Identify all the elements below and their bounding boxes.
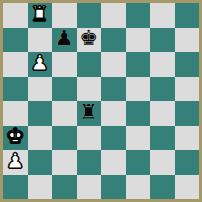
square-c7[interactable]: ♟ [52,28,77,53]
square-h7[interactable] [175,28,200,53]
square-d2[interactable] [77,150,102,175]
square-d7[interactable]: ♚ [77,28,102,53]
square-c1[interactable] [52,175,77,200]
square-f1[interactable] [126,175,151,200]
square-g5[interactable] [150,77,175,102]
white-pawn-b6[interactable]: ♟ [30,53,49,74]
square-b3[interactable] [28,126,53,151]
square-f4[interactable] [126,101,151,126]
square-e8[interactable] [101,3,126,28]
square-b7[interactable] [28,28,53,53]
square-d8[interactable] [77,3,102,28]
square-b8[interactable]: ♜ [28,3,53,28]
chess-board[interactable]: ♜♟♚♟♜♚♟ [3,3,199,199]
square-d6[interactable] [77,52,102,77]
square-a2[interactable]: ♟ [3,150,28,175]
square-f2[interactable] [126,150,151,175]
square-e1[interactable] [101,175,126,200]
square-d1[interactable] [77,175,102,200]
square-e7[interactable] [101,28,126,53]
square-g4[interactable] [150,101,175,126]
square-f7[interactable] [126,28,151,53]
square-e4[interactable] [101,101,126,126]
square-f6[interactable] [126,52,151,77]
square-c3[interactable] [52,126,77,151]
square-c8[interactable] [52,3,77,28]
square-g2[interactable] [150,150,175,175]
square-h8[interactable] [175,3,200,28]
square-d5[interactable] [77,77,102,102]
square-g1[interactable] [150,175,175,200]
square-g6[interactable] [150,52,175,77]
black-king-d7[interactable]: ♚ [79,28,98,49]
chess-board-frame: ♜♟♚♟♜♚♟ [0,0,202,202]
square-h5[interactable] [175,77,200,102]
square-b1[interactable] [28,175,53,200]
square-c6[interactable] [52,52,77,77]
white-rook-b8[interactable]: ♜ [30,4,49,25]
white-pawn-a2[interactable]: ♟ [6,151,25,172]
square-e5[interactable] [101,77,126,102]
square-a6[interactable] [3,52,28,77]
square-h2[interactable] [175,150,200,175]
square-a8[interactable] [3,3,28,28]
square-a3[interactable]: ♚ [3,126,28,151]
square-b4[interactable] [28,101,53,126]
black-pawn-c7[interactable]: ♟ [55,28,74,49]
square-h3[interactable] [175,126,200,151]
square-a4[interactable] [3,101,28,126]
black-rook-d4[interactable]: ♜ [79,102,98,123]
square-e6[interactable] [101,52,126,77]
square-a5[interactable] [3,77,28,102]
square-b6[interactable]: ♟ [28,52,53,77]
square-h6[interactable] [175,52,200,77]
square-b2[interactable] [28,150,53,175]
square-f3[interactable] [126,126,151,151]
square-g8[interactable] [150,3,175,28]
square-c4[interactable] [52,101,77,126]
square-e3[interactable] [101,126,126,151]
square-e2[interactable] [101,150,126,175]
square-c2[interactable] [52,150,77,175]
square-g7[interactable] [150,28,175,53]
square-b5[interactable] [28,77,53,102]
square-h1[interactable] [175,175,200,200]
square-g3[interactable] [150,126,175,151]
square-d3[interactable] [77,126,102,151]
square-d4[interactable]: ♜ [77,101,102,126]
square-h4[interactable] [175,101,200,126]
square-c5[interactable] [52,77,77,102]
white-king-a3[interactable]: ♚ [6,126,25,147]
square-f8[interactable] [126,3,151,28]
square-a7[interactable] [3,28,28,53]
square-f5[interactable] [126,77,151,102]
square-a1[interactable] [3,175,28,200]
